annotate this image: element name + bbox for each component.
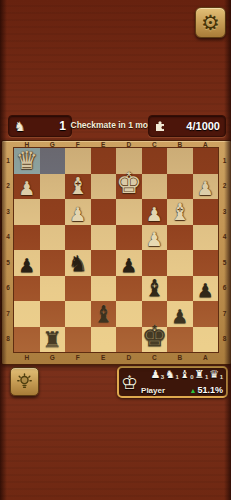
black-pawn[interactable]: ♟ <box>193 281 219 300</box>
hint-button[interactable] <box>10 367 39 396</box>
captured-bishop-count: 0 <box>190 374 193 380</box>
square-a1[interactable] <box>193 148 219 174</box>
queen-icon: ♛ <box>209 369 219 380</box>
file-label-bottom-G: G <box>40 355 66 362</box>
square-d1[interactable] <box>116 148 142 174</box>
square-overlay <box>65 174 91 200</box>
square-overlay <box>40 250 66 276</box>
white-knight-icon: ♞ <box>14 120 26 133</box>
square-c8[interactable]: ♚ <box>142 327 168 353</box>
file-label-bottom-C: C <box>142 355 168 362</box>
square-b8[interactable] <box>167 327 193 353</box>
rank-label-right-2: 2 <box>220 174 229 200</box>
captured-pawn-count: 3 <box>161 374 164 380</box>
square-overlay <box>116 148 142 174</box>
square-e5[interactable] <box>91 250 117 276</box>
captured-rook: ♜1 <box>195 369 209 380</box>
rank-label-right-3: 3 <box>220 199 229 225</box>
square-d5[interactable]: ♟ <box>116 250 142 276</box>
square-b3[interactable]: ♝ <box>167 199 193 225</box>
square-overlay <box>142 225 168 251</box>
square-f8[interactable] <box>65 327 91 353</box>
square-overlay <box>14 327 40 353</box>
square-d3[interactable] <box>116 199 142 225</box>
square-c3[interactable]: ♟ <box>142 199 168 225</box>
highlight-overlay <box>14 148 40 174</box>
file-label-bottom-B: B <box>167 355 193 362</box>
square-f5[interactable]: ♞ <box>65 250 91 276</box>
file-label-bottom-D: D <box>116 355 142 362</box>
bishop-icon: ♝ <box>180 369 190 380</box>
pawn-icon: ♟ <box>150 369 160 380</box>
square-c6[interactable]: ♝ <box>142 276 168 302</box>
square-d7[interactable] <box>116 301 142 327</box>
player-panel[interactable]: ♔ ♟3♞1♝0♜1♛1 Player ▲ 51.1% <box>117 366 228 398</box>
black-bishop[interactable]: ♝ <box>142 277 168 300</box>
square-h7[interactable] <box>14 301 40 327</box>
progress-count: 4/1000 <box>186 120 220 132</box>
square-overlay <box>167 225 193 251</box>
square-f7[interactable] <box>65 301 91 327</box>
white-pawn[interactable]: ♟ <box>193 179 219 198</box>
square-f2[interactable]: ♝ <box>65 174 91 200</box>
square-a3[interactable] <box>193 199 219 225</box>
rank-label-right-8: 8 <box>220 327 229 353</box>
square-c1[interactable] <box>142 148 168 174</box>
file-label-top-F: F <box>65 142 91 149</box>
rank-label-right-4: 4 <box>220 225 229 251</box>
square-c5[interactable] <box>142 250 168 276</box>
square-e6[interactable] <box>91 276 117 302</box>
square-e1[interactable] <box>91 148 117 174</box>
square-c7[interactable] <box>142 301 168 327</box>
square-d4[interactable] <box>116 225 142 251</box>
square-overlay <box>193 276 219 302</box>
square-overlay <box>193 225 219 251</box>
square-overlay <box>91 301 117 327</box>
white-bishop[interactable]: ♝ <box>65 175 91 198</box>
square-overlay <box>40 301 66 327</box>
black-pawn[interactable]: ♟ <box>116 256 142 275</box>
square-overlay <box>193 301 219 327</box>
square-overlay <box>142 250 168 276</box>
square-overlay <box>167 327 193 353</box>
square-c2[interactable] <box>142 174 168 200</box>
square-h2[interactable]: ♟ <box>14 174 40 200</box>
square-e3[interactable] <box>91 199 117 225</box>
square-overlay <box>65 250 91 276</box>
file-label-top-C: C <box>142 142 168 149</box>
file-label-top-E: E <box>91 142 117 149</box>
square-overlay <box>142 327 168 353</box>
square-b5[interactable] <box>167 250 193 276</box>
file-label-top-H: H <box>14 142 40 149</box>
rank-label-right-1: 1 <box>220 148 229 174</box>
square-e7[interactable]: ♝ <box>91 301 117 327</box>
black-king[interactable]: ♚ <box>142 322 168 351</box>
black-pawn[interactable]: ♟ <box>14 256 40 275</box>
black-knight[interactable]: ♞ <box>65 253 91 275</box>
rank-label-left-8: 8 <box>4 327 13 353</box>
square-g4[interactable] <box>40 225 66 251</box>
white-king[interactable]: ♚ <box>116 169 142 198</box>
square-overlay <box>116 225 142 251</box>
square-overlay <box>65 276 91 302</box>
square-overlay <box>167 174 193 200</box>
square-overlay <box>167 276 193 302</box>
up-arrow-icon: ▲ <box>190 387 197 394</box>
captured-queen: ♛1 <box>209 369 223 380</box>
square-overlay <box>116 276 142 302</box>
white-bishop[interactable]: ♝ <box>167 201 193 224</box>
square-overlay <box>65 148 91 174</box>
square-d2[interactable]: ♚ <box>116 174 142 200</box>
square-overlay <box>14 174 40 200</box>
player-name: Player <box>141 386 165 395</box>
captured-pieces-row: ♟3♞1♝0♜1♛1 <box>141 369 223 380</box>
square-overlay <box>65 327 91 353</box>
square-overlay <box>91 327 117 353</box>
white-pawn[interactable]: ♟ <box>65 205 91 224</box>
square-overlay <box>14 250 40 276</box>
file-label-bottom-H: H <box>14 355 40 362</box>
white-king-avatar-icon: ♔ <box>121 373 138 392</box>
square-overlay <box>91 250 117 276</box>
square-overlay <box>14 276 40 302</box>
square-g1[interactable] <box>40 148 66 174</box>
square-b4[interactable] <box>167 225 193 251</box>
rank-label-right-6: 6 <box>220 276 229 302</box>
white-queen[interactable]: ♛ <box>14 148 40 173</box>
square-f3[interactable]: ♟ <box>65 199 91 225</box>
square-f4[interactable] <box>65 225 91 251</box>
square-a7[interactable] <box>193 301 219 327</box>
square-g7[interactable] <box>40 301 66 327</box>
square-overlay <box>142 199 168 225</box>
square-h1[interactable]: ♛ <box>14 148 40 174</box>
square-overlay <box>40 276 66 302</box>
square-b1[interactable] <box>167 148 193 174</box>
file-label-top-G: G <box>40 142 66 149</box>
square-overlay <box>142 148 168 174</box>
square-h8[interactable] <box>14 327 40 353</box>
square-overlay <box>142 174 168 200</box>
square-b6[interactable] <box>167 276 193 302</box>
square-overlay <box>167 250 193 276</box>
square-c4[interactable]: ♟ <box>142 225 168 251</box>
square-overlay <box>14 199 40 225</box>
rook-icon: ♜ <box>195 369 205 380</box>
file-label-bottom-A: A <box>193 355 219 362</box>
chess-board: ♛♟♝♚♟♟♟♝♟♟♞♟♝♟♝♟♜♚ HGFEDCBAHGFEDCBA12345… <box>1 140 231 365</box>
square-e8[interactable] <box>91 327 117 353</box>
rank-label-left-1: 1 <box>4 148 13 174</box>
white-pawn[interactable]: ♟ <box>142 230 168 249</box>
square-overlay <box>167 148 193 174</box>
square-overlay <box>116 174 142 200</box>
gear-icon: ⚙ <box>201 12 220 33</box>
square-g6[interactable] <box>40 276 66 302</box>
knight-icon: ♞ <box>165 369 175 380</box>
square-overlay <box>193 148 219 174</box>
square-h3[interactable] <box>14 199 40 225</box>
square-overlay <box>40 327 66 353</box>
square-h6[interactable] <box>14 276 40 302</box>
square-overlay <box>40 199 66 225</box>
puzzle-progress-badge: 4/1000 <box>148 115 226 137</box>
square-overlay <box>91 225 117 251</box>
square-d6[interactable] <box>116 276 142 302</box>
square-overlay <box>14 301 40 327</box>
settings-button[interactable]: ⚙ <box>195 7 226 38</box>
square-overlay <box>116 327 142 353</box>
rank-label-left-7: 7 <box>4 301 13 327</box>
captured-knight-count: 1 <box>176 374 179 380</box>
square-overlay <box>193 174 219 200</box>
square-overlay <box>193 327 219 353</box>
square-overlay <box>167 199 193 225</box>
captured-rook-count: 1 <box>205 374 208 380</box>
black-pawn[interactable]: ♟ <box>167 307 193 326</box>
square-h4[interactable] <box>14 225 40 251</box>
square-overlay <box>40 225 66 251</box>
square-h5[interactable]: ♟ <box>14 250 40 276</box>
square-overlay <box>116 301 142 327</box>
square-g3[interactable] <box>40 199 66 225</box>
square-g2[interactable] <box>40 174 66 200</box>
square-overlay <box>65 301 91 327</box>
square-overlay <box>142 301 168 327</box>
square-overlay <box>65 199 91 225</box>
black-bishop[interactable]: ♝ <box>91 303 117 326</box>
white-pawn[interactable]: ♟ <box>142 205 168 224</box>
square-overlay <box>91 199 117 225</box>
rank-label-right-7: 7 <box>220 301 229 327</box>
win-rate: ▲ 51.1% <box>190 385 223 395</box>
square-overlay <box>116 250 142 276</box>
file-label-bottom-F: F <box>65 355 91 362</box>
square-overlay <box>65 225 91 251</box>
rank-label-right-5: 5 <box>220 250 229 276</box>
square-f1[interactable] <box>65 148 91 174</box>
square-overlay <box>40 174 66 200</box>
square-e4[interactable] <box>91 225 117 251</box>
rank-label-left-6: 6 <box>4 276 13 302</box>
square-overlay <box>116 199 142 225</box>
light-bulb-icon <box>16 373 33 390</box>
square-a6[interactable]: ♟ <box>193 276 219 302</box>
square-e2[interactable] <box>91 174 117 200</box>
white-pawn[interactable]: ♟ <box>14 179 40 198</box>
file-label-bottom-E: E <box>91 355 117 362</box>
square-a2[interactable]: ♟ <box>193 174 219 200</box>
square-overlay <box>14 225 40 251</box>
square-a4[interactable] <box>193 225 219 251</box>
square-g5[interactable] <box>40 250 66 276</box>
square-overlay <box>142 276 168 302</box>
rank-label-left-2: 2 <box>4 174 13 200</box>
square-overlay <box>91 174 117 200</box>
win-rate-value: 51.1% <box>197 385 223 395</box>
board-grid: ♛♟♝♚♟♟♟♝♟♟♞♟♝♟♝♟♜♚ <box>14 148 218 352</box>
square-b7[interactable]: ♟ <box>167 301 193 327</box>
square-g8[interactable]: ♜ <box>40 327 66 353</box>
square-overlay <box>193 199 219 225</box>
square-b2[interactable] <box>167 174 193 200</box>
highlight-overlay <box>40 148 66 174</box>
captured-bishop: ♝0 <box>180 369 194 380</box>
square-f6[interactable] <box>65 276 91 302</box>
file-label-top-A: A <box>193 142 219 149</box>
square-overlay <box>91 276 117 302</box>
square-a8[interactable] <box>193 327 219 353</box>
square-d8[interactable] <box>116 327 142 353</box>
square-overlay <box>167 301 193 327</box>
captured-queen-count: 1 <box>220 374 223 380</box>
captured-knight: ♞1 <box>165 369 179 380</box>
square-overlay <box>193 250 219 276</box>
puzzle-piece-icon <box>154 120 166 132</box>
captured-pawn: ♟3 <box>150 369 164 380</box>
file-label-top-B: B <box>167 142 193 149</box>
file-label-top-D: D <box>116 142 142 149</box>
square-overlay <box>91 148 117 174</box>
rank-label-left-4: 4 <box>4 225 13 251</box>
rank-label-left-5: 5 <box>4 250 13 276</box>
chess-puzzle-app: ⚙ ♞ 1 Checkmate in 1 move 4/1000 ♛♟♝♚♟♟♟… <box>0 0 231 500</box>
black-rook[interactable]: ♜ <box>40 329 66 351</box>
rank-label-left-3: 3 <box>4 199 13 225</box>
square-a5[interactable] <box>193 250 219 276</box>
